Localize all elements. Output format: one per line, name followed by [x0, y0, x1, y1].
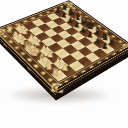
piece-black-pawn[interactable]: ♟ — [99, 42, 110, 51]
board-frame: ♜♞♝♛♚♝♞♜♟♟♟♟♟♟♟♟♟♟♟♟♟♟♟♟♜♞♝♛♚♝♞♜ — [0, 1, 128, 93]
piece-white-rook[interactable]: ♜ — [49, 67, 62, 79]
chessboard: ♜♞♝♛♚♝♞♜♟♟♟♟♟♟♟♟♟♟♟♟♟♟♟♟♜♞♝♛♚♝♞♜ — [0, 1, 128, 93]
chess-set-photo: ♜♞♝♛♚♝♞♜♟♟♟♟♟♟♟♟♟♟♟♟♟♟♟♟♜♞♝♛♚♝♞♜ — [0, 0, 128, 128]
brass-medallion-ornament — [65, 2, 72, 6]
